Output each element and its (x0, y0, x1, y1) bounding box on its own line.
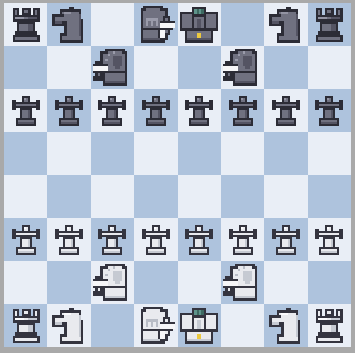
square-d8[interactable] (134, 3, 177, 46)
square-d1[interactable] (134, 304, 177, 347)
black-rook-piece[interactable] (311, 8, 347, 44)
square-g8[interactable] (264, 3, 307, 46)
square-g4[interactable] (264, 175, 307, 218)
square-c4[interactable] (91, 175, 134, 218)
black-knight-piece[interactable] (267, 7, 305, 45)
square-g5[interactable] (264, 132, 307, 175)
square-e5[interactable] (178, 132, 221, 175)
square-h4[interactable] (308, 175, 351, 218)
square-b5[interactable] (47, 132, 90, 175)
square-d2[interactable] (134, 261, 177, 304)
chess-board (4, 3, 351, 347)
pawn-sprite (98, 96, 126, 126)
square-g6[interactable] (264, 89, 307, 132)
knight-sprite (52, 7, 83, 43)
square-f7[interactable] (221, 46, 264, 89)
white-pawn-piece[interactable] (53, 225, 85, 257)
black-king-piece[interactable] (180, 7, 218, 45)
square-a4[interactable] (4, 175, 47, 218)
square-e8[interactable] (178, 3, 221, 46)
square-c6[interactable] (91, 89, 134, 132)
square-f4[interactable] (221, 175, 264, 218)
black-pawn-piece[interactable] (183, 96, 215, 128)
white-knight-piece[interactable] (267, 308, 305, 346)
square-f8[interactable] (221, 3, 264, 46)
pawn-sprite (185, 225, 213, 255)
square-d3[interactable] (134, 218, 177, 261)
square-a7[interactable] (4, 46, 47, 89)
square-c8[interactable] (91, 3, 134, 46)
black-pawn-piece[interactable] (313, 96, 345, 128)
square-b6[interactable] (47, 89, 90, 132)
elephant-sprite (223, 49, 257, 86)
square-c3[interactable] (91, 218, 134, 261)
square-e1[interactable] (178, 304, 221, 347)
square-h5[interactable] (308, 132, 351, 175)
white-mammoth-piece[interactable] (136, 307, 175, 346)
pawn-sprite (12, 225, 40, 255)
white-elephant-piece[interactable] (223, 264, 262, 303)
square-a6[interactable] (4, 89, 47, 132)
square-d4[interactable] (134, 175, 177, 218)
black-elephant-piece[interactable] (93, 49, 132, 88)
square-f1[interactable] (221, 304, 264, 347)
king-sprite (180, 7, 218, 43)
pawn-sprite (229, 225, 257, 255)
square-b2[interactable] (47, 261, 90, 304)
square-h1[interactable] (308, 304, 351, 347)
black-rook-piece[interactable] (8, 8, 44, 44)
pawn-sprite (142, 225, 170, 255)
elephant-sprite (93, 49, 127, 86)
black-pawn-piece[interactable] (96, 96, 128, 128)
knight-sprite (269, 308, 300, 344)
square-d5[interactable] (134, 132, 177, 175)
pawn-sprite (185, 96, 213, 126)
black-pawn-piece[interactable] (10, 96, 42, 128)
square-g7[interactable] (264, 46, 307, 89)
pawn-sprite (272, 96, 300, 126)
square-g1[interactable] (264, 304, 307, 347)
square-b4[interactable] (47, 175, 90, 218)
black-pawn-piece[interactable] (140, 96, 172, 128)
pawn-sprite (55, 96, 83, 126)
white-rook-piece[interactable] (8, 309, 44, 345)
pawn-sprite (229, 96, 257, 126)
square-b3[interactable] (47, 218, 90, 261)
white-pawn-piece[interactable] (183, 225, 215, 257)
white-knight-piece[interactable] (50, 308, 88, 346)
square-g3[interactable] (264, 218, 307, 261)
rook-sprite (12, 8, 39, 42)
black-knight-piece[interactable] (50, 7, 88, 45)
mammoth-sprite (141, 307, 175, 344)
square-c1[interactable] (91, 304, 134, 347)
rook-sprite (316, 8, 343, 42)
rook-sprite (12, 309, 39, 343)
black-pawn-piece[interactable] (270, 96, 302, 128)
square-h3[interactable] (308, 218, 351, 261)
square-b7[interactable] (47, 46, 90, 89)
square-g2[interactable] (264, 261, 307, 304)
square-b1[interactable] (47, 304, 90, 347)
square-a8[interactable] (4, 3, 47, 46)
square-e6[interactable] (178, 89, 221, 132)
white-rook-piece[interactable] (311, 309, 347, 345)
elephant-sprite (223, 264, 257, 301)
square-a2[interactable] (4, 261, 47, 304)
white-elephant-piece[interactable] (93, 264, 132, 303)
pawn-sprite (315, 225, 343, 255)
black-pawn-piece[interactable] (227, 96, 259, 128)
square-f5[interactable] (221, 132, 264, 175)
white-pawn-piece[interactable] (140, 225, 172, 257)
black-pawn-piece[interactable] (53, 96, 85, 128)
elephant-sprite (93, 264, 127, 301)
white-king-piece[interactable] (180, 308, 218, 346)
square-e3[interactable] (178, 218, 221, 261)
pawn-sprite (142, 96, 170, 126)
square-d7[interactable] (134, 46, 177, 89)
king-sprite (180, 308, 218, 344)
knight-sprite (269, 7, 300, 43)
square-b8[interactable] (47, 3, 90, 46)
square-h2[interactable] (308, 261, 351, 304)
square-c5[interactable] (91, 132, 134, 175)
pawn-sprite (272, 225, 300, 255)
square-a1[interactable] (4, 304, 47, 347)
pawn-sprite (315, 96, 343, 126)
white-pawn-piece[interactable] (96, 225, 128, 257)
square-e4[interactable] (178, 175, 221, 218)
square-f3[interactable] (221, 218, 264, 261)
knight-sprite (52, 308, 83, 344)
pawn-sprite (12, 96, 40, 126)
black-mammoth-piece[interactable] (136, 6, 175, 45)
square-a5[interactable] (4, 132, 47, 175)
square-e2[interactable] (178, 261, 221, 304)
pawn-sprite (98, 225, 126, 255)
square-h6[interactable] (308, 89, 351, 132)
square-e7[interactable] (178, 46, 221, 89)
square-a3[interactable] (4, 218, 47, 261)
square-c2[interactable] (91, 261, 134, 304)
square-h8[interactable] (308, 3, 351, 46)
square-h7[interactable] (308, 46, 351, 89)
square-c7[interactable] (91, 46, 134, 89)
white-pawn-piece[interactable] (313, 225, 345, 257)
white-pawn-piece[interactable] (227, 225, 259, 257)
white-pawn-piece[interactable] (10, 225, 42, 257)
square-f6[interactable] (221, 89, 264, 132)
square-f2[interactable] (221, 261, 264, 304)
rook-sprite (316, 309, 343, 343)
pawn-sprite (55, 225, 83, 255)
black-elephant-piece[interactable] (223, 49, 262, 88)
mammoth-sprite (141, 6, 175, 43)
board-frame (0, 0, 355, 353)
square-d6[interactable] (134, 89, 177, 132)
white-pawn-piece[interactable] (270, 225, 302, 257)
